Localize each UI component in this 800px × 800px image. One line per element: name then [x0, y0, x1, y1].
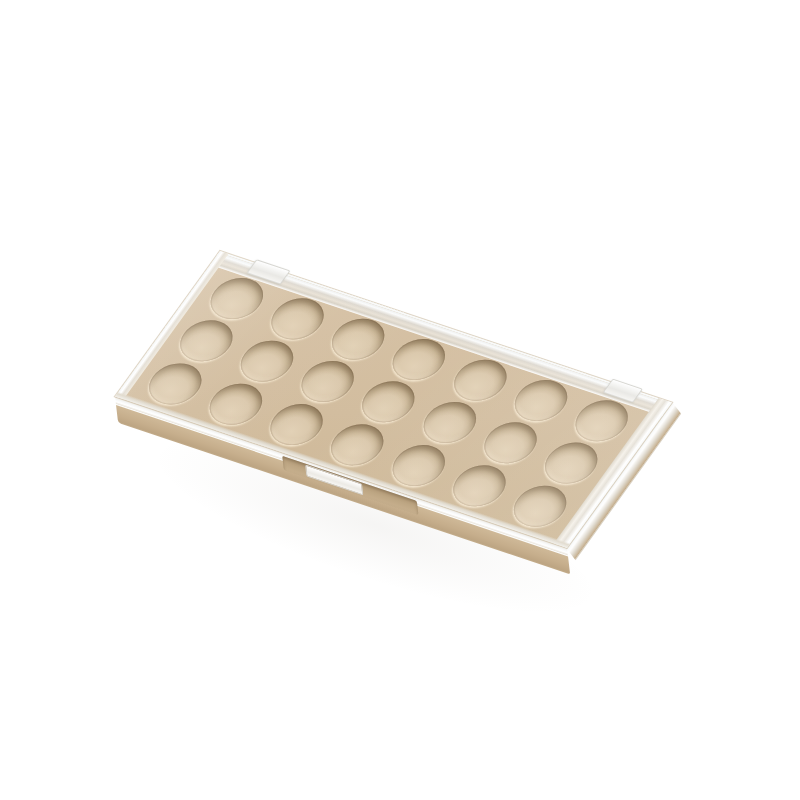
well-r2c6[interactable] — [474, 417, 546, 470]
well-r2c2[interactable] — [231, 335, 303, 388]
well-r2c5[interactable] — [413, 396, 485, 449]
product-photo — [0, 0, 800, 800]
well-r2c3[interactable] — [292, 355, 364, 408]
well-r2c4[interactable] — [352, 376, 424, 429]
well-r2c1[interactable] — [170, 315, 242, 368]
